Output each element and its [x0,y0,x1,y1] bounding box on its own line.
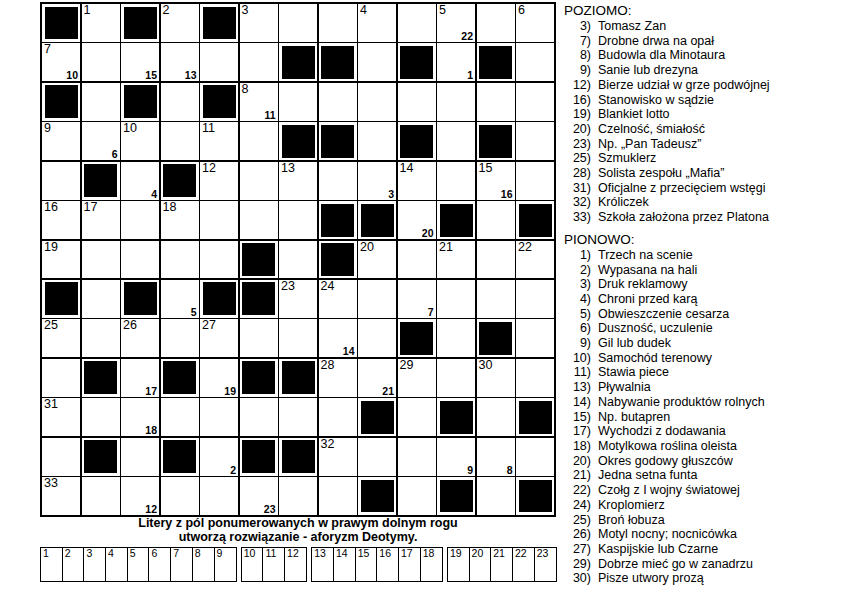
white-cell-r10c3[interactable]: 17 [121,359,159,397]
across-clue-23: 23)Np. „Pan Tadeusz” [562,137,840,152]
grid-number: 17 [84,201,98,214]
black-cell-r12c7 [279,438,317,476]
answer-box-19[interactable]: 19 [447,547,470,582]
across-clue-16: 16)Stanowisko w sądzie [562,93,840,108]
crossword-board: 1234522671015131811961011412133141516161… [40,2,556,517]
grid-number: 33 [44,477,58,490]
white-cell-r13c3[interactable]: 12 [121,477,159,515]
white-cell-r2c2[interactable] [82,43,120,81]
white-cell-r5c11[interactable] [437,162,475,200]
clue-number: 9) [562,336,591,351]
answer-box-3[interactable]: 3 [83,547,106,582]
white-cell-r3c2[interactable] [82,83,120,121]
black-cell-r4c10 [398,122,436,160]
white-cell-r1c10[interactable] [398,4,436,42]
white-cell-r10c13[interactable] [516,359,554,397]
white-cell-r2c3[interactable]: 15 [121,43,159,81]
white-cell-r12c8[interactable]: 32 [319,438,357,476]
black-square [361,401,394,434]
solution-letter-number: 4 [151,189,157,200]
black-cell-r11c11 [437,398,475,436]
answer-box-1[interactable]: 1 [40,547,63,582]
white-cell-r11c5[interactable] [200,398,238,436]
white-cell-r10c1[interactable] [42,359,80,397]
grid-number: 28 [321,359,335,372]
grid-number: 6 [518,4,525,17]
solution-letter-number: 18 [145,425,157,436]
white-cell-r6c6[interactable] [240,201,278,239]
solution-letter-number: 3 [388,189,394,200]
white-cell-r5c7[interactable]: 13 [279,162,317,200]
black-cell-r2c12 [477,43,515,81]
white-cell-r8c11[interactable] [437,280,475,318]
white-cell-r12c12[interactable]: 8 [477,438,515,476]
black-cell-r3c3 [121,83,159,121]
answer-box-number: 1 [43,548,49,559]
grid-number: 27 [202,319,216,332]
white-cell-r1c11[interactable]: 522 [437,4,475,42]
white-cell-r11c7[interactable] [279,398,317,436]
down-clue-22: 22)Czołg z I wojny światowej [562,483,840,498]
white-cell-r4c1[interactable]: 9 [42,122,80,160]
answer-box-number: 21 [493,548,505,559]
white-cell-r6c12[interactable] [477,201,515,239]
clue-text: Kroplomierz [598,498,665,513]
white-cell-r4c9[interactable] [358,122,396,160]
white-cell-r3c12[interactable] [477,83,515,121]
down-clue-17: 17)Wychodzi z dodawania [562,424,840,439]
across-clue-33: 33)Szkoła założona przez Platona [562,210,840,225]
answer-box-number: 8 [195,548,201,559]
black-square [282,46,315,79]
black-square [479,322,512,355]
solution-letter-number: 21 [382,386,394,397]
white-cell-r10c8[interactable]: 28 [319,359,357,397]
white-cell-r2c13[interactable] [516,43,554,81]
white-cell-r4c13[interactable] [516,122,554,160]
white-cell-r3c7[interactable] [279,83,317,121]
white-cell-r7c1[interactable]: 19 [42,241,80,279]
clue-text: Motyl nocny; nocnicówka [598,527,737,542]
white-cell-r1c8[interactable] [319,4,357,42]
clue-text: Bierze udział w grze podwójnej [598,78,770,93]
white-cell-r5c9[interactable]: 3 [358,162,396,200]
black-square [400,125,433,158]
white-cell-r10c12[interactable]: 30 [477,359,515,397]
white-cell-r7c7[interactable] [279,241,317,279]
clue-text: Np. butapren [598,410,670,425]
answer-box-number: 15 [358,548,370,559]
white-cell-r5c8[interactable] [319,162,357,200]
white-cell-r7c5[interactable] [200,241,238,279]
white-cell-r9c3[interactable]: 26 [121,319,159,357]
white-cell-r2c4[interactable]: 13 [161,43,199,81]
black-square [242,243,275,276]
black-square [282,125,315,158]
white-cell-r11c4[interactable] [161,398,199,436]
crossword-page: 1234522671015131811961011412133141516161… [0,0,842,595]
clue-text: Solista zespołu „Mafia” [598,166,724,181]
white-cell-r7c11[interactable]: 21 [437,241,475,279]
clue-text: Wychodzi z dodawania [598,424,726,439]
answer-box-20[interactable]: 20 [469,547,492,582]
answer-box-number: 2 [65,548,71,559]
across-clue-8: 8)Budowla dla Minotaura [562,48,840,63]
clue-number: 3) [562,277,591,292]
clue-number: 28) [562,166,591,181]
black-square [163,361,196,394]
grid-number: 18 [163,201,177,214]
white-cell-r3c10[interactable] [398,83,436,121]
answer-box-12[interactable]: 12 [284,547,307,582]
white-cell-r10c10[interactable]: 29 [398,359,436,397]
white-cell-r13c6[interactable]: 23 [240,477,278,515]
white-cell-r8c7[interactable]: 23 [279,280,317,318]
white-cell-r3c4[interactable] [161,83,199,121]
white-cell-r9c11[interactable] [437,319,475,357]
white-cell-r5c3[interactable]: 4 [121,162,159,200]
answer-box-6[interactable]: 6 [148,547,171,582]
white-cell-r11c6[interactable] [240,398,278,436]
solution-letter-number: 10 [66,70,78,81]
white-cell-r13c7[interactable] [279,477,317,515]
down-clue-24: 24)Kroplomierz [562,498,840,513]
black-cell-r7c8 [319,241,357,279]
black-cell-r8c1 [42,280,80,318]
white-cell-r8c13[interactable] [516,280,554,318]
answer-box-number: 7 [173,548,179,559]
black-cell-r4c12 [477,122,515,160]
answer-box-number: 20 [472,548,484,559]
answer-box-16[interactable]: 16 [376,547,399,582]
white-cell-r1c13[interactable]: 6 [516,4,554,42]
white-cell-r7c3[interactable] [121,241,159,279]
clue-text: Trzech na scenie [598,248,693,263]
white-cell-r2c9[interactable] [358,43,396,81]
black-cell-r10c4 [161,359,199,397]
white-cell-r12c13[interactable] [516,438,554,476]
white-cell-r4c11[interactable] [437,122,475,160]
white-cell-r5c5[interactable]: 12 [200,162,238,200]
white-cell-r8c4[interactable]: 5 [161,280,199,318]
answer-box-8[interactable]: 8 [192,547,215,582]
clue-number: 25) [562,513,591,528]
white-cell-r6c7[interactable] [279,201,317,239]
grid-number: 7 [44,43,51,56]
answer-box-number: 9 [217,548,223,559]
black-cell-r5c4 [161,162,199,200]
answer-box-11[interactable]: 11 [262,547,285,582]
white-cell-r7c9[interactable]: 20 [358,241,396,279]
white-cell-r1c9[interactable]: 4 [358,4,396,42]
answer-box-22[interactable]: 22 [512,547,535,582]
answer-box-13[interactable]: 13 [311,547,334,582]
white-cell-r8c12[interactable] [477,280,515,318]
black-square [400,322,433,355]
white-cell-r11c2[interactable] [82,398,120,436]
white-cell-r10c11[interactable] [437,359,475,397]
black-cell-r1c3 [121,4,159,42]
white-cell-r12c3[interactable] [121,438,159,476]
black-square [84,361,117,394]
solution-instruction-line2: utworzą rozwiązanie - aforyzm Deotymy. [40,531,556,545]
down-heading: PIONOWO: [562,232,840,247]
clue-number: 12) [562,78,591,93]
white-cell-r3c9[interactable] [358,83,396,121]
clue-number: 31) [562,181,591,196]
white-cell-r4c5[interactable]: 11 [200,122,238,160]
white-cell-r7c12[interactable] [477,241,515,279]
black-square [124,282,157,315]
grid-number: 31 [44,398,58,411]
white-cell-r6c4[interactable]: 18 [161,201,199,239]
white-cell-r4c3[interactable]: 10 [121,122,159,160]
white-cell-r6c3[interactable] [121,201,159,239]
answer-box-10[interactable]: 10 [241,547,264,582]
across-clue-28: 28)Solista zespołu „Mafia” [562,166,840,181]
answer-box-2[interactable]: 2 [62,547,85,582]
white-cell-r5c13[interactable] [516,162,554,200]
clue-number: 33) [562,210,591,225]
white-cell-r11c10[interactable] [398,398,436,436]
white-cell-r6c10[interactable]: 20 [398,201,436,239]
clue-number: 16) [562,93,591,108]
black-square [242,361,275,394]
clue-text: Drobne drwa na opał [598,34,714,49]
answer-box-number: 5 [130,548,136,559]
answer-box-4[interactable]: 4 [105,547,128,582]
clue-text: Czołg z I wojny światowej [598,483,740,498]
down-clue-10: 10)Samochód terenowy [562,351,840,366]
black-square [203,85,236,118]
white-cell-r8c9[interactable] [358,280,396,318]
answer-box-number: 11 [265,548,276,559]
solution-letter-number: 9 [467,465,473,476]
answer-box-number: 16 [379,548,391,559]
black-cell-r12c4 [161,438,199,476]
white-cell-r7c2[interactable] [82,241,120,279]
white-cell-r12c1[interactable] [42,438,80,476]
white-cell-r2c11[interactable]: 1 [437,43,475,81]
white-cell-r9c6[interactable] [240,319,278,357]
clue-text: Gil lub dudek [598,336,671,351]
white-cell-r13c2[interactable] [82,477,120,515]
clue-number: 15) [562,410,591,425]
white-cell-r6c5[interactable] [200,201,238,239]
black-cell-r2c8 [319,43,357,81]
black-cell-r1c1 [42,4,80,42]
across-clue-3: 3)Tomasz Zan [562,19,840,34]
grid-number: 5 [439,4,446,17]
answer-box-5[interactable]: 5 [127,547,150,582]
black-square [321,243,354,276]
white-cell-r1c4[interactable]: 2 [161,4,199,42]
clue-text: Okres godowy głuszców [598,454,733,469]
white-cell-r13c10[interactable] [398,477,436,515]
white-cell-r9c4[interactable] [161,319,199,357]
white-cell-r13c12[interactable] [477,477,515,515]
white-cell-r12c10[interactable] [398,438,436,476]
black-square [519,401,552,434]
clue-number: 6) [562,321,591,336]
white-cell-r1c7[interactable] [279,4,317,42]
solution-letter-number: 11 [264,110,275,121]
answer-box-number: 10 [244,548,256,559]
grid-number: 14 [400,162,414,175]
white-cell-r9c13[interactable] [516,319,554,357]
clue-number: 21) [562,468,591,483]
clue-text: Duszność, uczulenie [598,321,713,336]
white-cell-r13c4[interactable] [161,477,199,515]
black-cell-r7c6 [240,241,278,279]
solution-letter-number: 23 [264,504,276,515]
white-cell-r12c9[interactable] [358,438,396,476]
clue-text: Chroni przed karą [598,292,697,307]
down-clue-6: 6)Duszność, uczulenie [562,321,840,336]
grid-number: 13 [281,162,295,175]
white-cell-r8c10[interactable]: 7 [398,280,436,318]
white-cell-r6c1[interactable]: 16 [42,201,80,239]
clue-panel: POZIOMO: 3)Tomasz Zan7)Drobne drwa na op… [562,3,840,586]
black-cell-r10c7 [279,359,317,397]
clue-number: 7) [562,34,591,49]
answer-box-7[interactable]: 7 [170,547,193,582]
solution-letter-number: 1 [467,70,473,81]
white-cell-r9c8[interactable]: 14 [319,319,357,357]
white-cell-r2c6[interactable] [240,43,278,81]
clue-number: 14) [562,395,591,410]
white-cell-r9c5[interactable]: 27 [200,319,238,357]
answer-box-23[interactable]: 23 [534,547,557,582]
clue-number: 20) [562,122,591,137]
white-cell-r1c12[interactable] [477,4,515,42]
across-clue-19: 19)Blankiet lotto [562,107,840,122]
answer-box-number: 17 [401,548,413,559]
white-cell-r7c10[interactable] [398,241,436,279]
across-clue-12: 12)Bierze udział w grze podwójnej [562,78,840,93]
white-cell-r4c6[interactable] [240,122,278,160]
white-cell-r7c13[interactable]: 22 [516,241,554,279]
black-cell-r12c6 [240,438,278,476]
white-cell-r9c9[interactable] [358,319,396,357]
answer-box-15[interactable]: 15 [355,547,378,582]
answer-box-17[interactable]: 17 [398,547,421,582]
down-clue-26: 26)Motyl nocny; nocnicówka [562,527,840,542]
white-cell-r2c1[interactable]: 710 [42,43,80,81]
down-clue-2: 2)Wypasana na hali [562,263,840,278]
black-cell-r6c8 [319,201,357,239]
black-cell-r10c2 [82,359,120,397]
grid-number: 8 [242,83,249,96]
white-cell-r3c8[interactable] [319,83,357,121]
white-cell-r5c12[interactable]: 1516 [477,162,515,200]
down-clue-1: 1)Trzech na scenie [562,248,840,263]
white-cell-r8c2[interactable] [82,280,120,318]
answer-box-number: 19 [450,548,462,559]
white-cell-r11c1[interactable]: 31 [42,398,80,436]
white-cell-r7c4[interactable] [161,241,199,279]
clue-text: Nabywanie produktów rolnych [598,395,765,410]
white-cell-r3c6[interactable]: 811 [240,83,278,121]
black-cell-r8c5 [200,280,238,318]
clue-text: Blankiet lotto [598,107,670,122]
black-cell-r9c10 [398,319,436,357]
black-square [321,204,354,237]
black-cell-r8c3 [121,280,159,318]
white-cell-r9c2[interactable] [82,319,120,357]
answer-group-4: 1920212223 [447,547,557,582]
white-cell-r11c8[interactable] [319,398,357,436]
white-cell-r2c5[interactable] [200,43,238,81]
grid-number: 12 [202,162,216,175]
black-cell-r6c9 [358,201,396,239]
grid-number: 24 [321,280,335,293]
white-cell-r10c5[interactable]: 19 [200,359,238,397]
grid-number: 3 [242,4,249,17]
answer-box-number: 23 [537,548,549,559]
clue-text: Jedna setna funta [598,468,697,483]
clue-text: Obwieszczenie cesarza [598,307,729,322]
clue-number: 26) [562,527,591,542]
white-cell-r12c11[interactable]: 9 [437,438,475,476]
down-clue-30: 30)Pisze utwory prozą [562,571,840,586]
white-cell-r11c3[interactable]: 18 [121,398,159,436]
black-cell-r3c1 [42,83,80,121]
white-cell-r4c4[interactable] [161,122,199,160]
white-cell-r5c10[interactable]: 14 [398,162,436,200]
answer-box-18[interactable]: 18 [420,547,443,582]
white-cell-r3c11[interactable] [437,83,475,121]
clue-text: Stanowisko w sądzie [598,93,714,108]
answer-strip: 1234567891011121314151617181920212223 [40,547,557,582]
white-cell-r13c1[interactable]: 33 [42,477,80,515]
clue-text: Pływalnia [598,380,651,395]
black-cell-r2c7 [279,43,317,81]
white-cell-r5c6[interactable] [240,162,278,200]
black-square [203,7,236,40]
white-cell-r10c9[interactable]: 21 [358,359,396,397]
answer-box-number: 13 [314,548,326,559]
white-cell-r9c1[interactable]: 25 [42,319,80,357]
solution-letter-number: 19 [224,386,236,397]
answer-box-21[interactable]: 21 [490,547,513,582]
white-cell-r9c7[interactable] [279,319,317,357]
white-cell-r13c5[interactable] [200,477,238,515]
black-square [282,361,315,394]
clue-number: 11) [562,365,591,380]
white-cell-r1c2[interactable]: 1 [82,4,120,42]
white-cell-r4c2[interactable]: 6 [82,122,120,160]
white-cell-r13c8[interactable] [319,477,357,515]
white-cell-r1c6[interactable]: 3 [240,4,278,42]
answer-box-14[interactable]: 14 [333,547,356,582]
white-cell-r3c13[interactable] [516,83,554,121]
clue-text: Budowla dla Minotaura [598,48,725,63]
black-cell-r3c5 [200,83,238,121]
white-cell-r6c2[interactable]: 17 [82,201,120,239]
white-cell-r12c5[interactable]: 2 [200,438,238,476]
solution-instruction-line1: Litery z pól ponumerowanych w prawym dol… [40,517,556,531]
white-cell-r8c8[interactable]: 24 [319,280,357,318]
black-cell-r10c6 [240,359,278,397]
down-clue-list: 1)Trzech na scenie2)Wypasana na hali3)Dr… [562,248,840,586]
answer-box-9[interactable]: 9 [214,547,237,582]
white-cell-r11c12[interactable] [477,398,515,436]
solution-letter-number: 7 [428,307,434,318]
solution-letter-number: 2 [230,465,236,476]
white-cell-r5c1[interactable] [42,162,80,200]
down-clue-27: 27)Kaspijskie lub Czarne [562,542,840,557]
